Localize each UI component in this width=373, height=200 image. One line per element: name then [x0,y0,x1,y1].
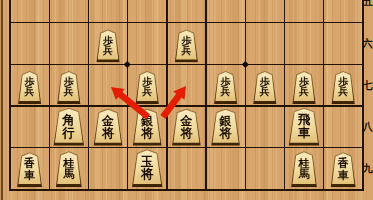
piece-face: 歩兵 [254,72,276,101]
piece-face: 歩兵 [175,30,197,59]
piece-silver-4八[interactable]: 銀将 [210,109,241,146]
grid-rank-line [10,105,364,106]
grid-rank-line [10,189,364,191]
piece-face: 歩兵 [136,72,158,101]
star-point [124,61,130,67]
piece-kanji: 馬 [63,169,74,180]
piece-pawn-7六[interactable]: 歩兵 [96,29,121,62]
grid-file-line [9,0,11,191]
piece-pawn-3七[interactable]: 歩兵 [252,71,277,104]
piece-kanji: 兵 [260,87,270,97]
grid-file-line [323,0,325,191]
piece-kanji: 将 [180,127,192,139]
piece-knight-8九[interactable]: 桂馬 [55,151,83,187]
piece-pawn-1七[interactable]: 歩兵 [331,71,356,104]
piece-face: 桂馬 [56,152,81,184]
piece-face: 歩兵 [58,72,80,101]
rank-label: 七 [362,79,373,92]
piece-kanji: 香 [338,158,349,169]
piece-kanji: 兵 [64,87,74,97]
piece-pawn-6七[interactable]: 歩兵 [135,71,160,104]
grid-rank-line [10,147,364,148]
piece-silver-6八[interactable]: 銀将 [132,109,163,146]
piece-kanji: 兵 [299,87,309,97]
piece-kanji: 将 [220,127,232,139]
star-point [242,61,248,67]
piece-gold-5八[interactable]: 金将 [171,109,202,146]
piece-king-6九[interactable]: 玉将 [131,149,164,187]
piece-gold-7八[interactable]: 金将 [93,109,124,146]
piece-pawn-8七[interactable]: 歩兵 [56,71,81,104]
piece-kanji: 兵 [25,87,35,97]
piece-pawn-5六[interactable]: 歩兵 [174,29,199,62]
piece-face: 飛車 [289,109,319,143]
piece-kanji: 兵 [338,87,348,97]
piece-kanji: 馬 [299,169,310,180]
piece-face: 銀将 [211,110,239,143]
piece-kanji: 将 [102,127,114,139]
piece-face: 歩兵 [214,72,236,101]
shogi-board: 歩兵歩兵歩兵歩兵歩兵歩兵歩兵歩兵歩兵角行金将銀将金将銀将飛車香車桂馬玉将桂馬香車… [0,0,373,200]
piece-lance-1九[interactable]: 香車 [330,152,357,187]
piece-kanji: 将 [141,168,154,181]
grid-file-line [49,0,51,191]
piece-kanji: 将 [141,127,153,139]
piece-face: 歩兵 [18,72,40,101]
piece-face: 銀将 [133,110,161,143]
piece-face: 金将 [172,110,200,143]
piece-kanji: 行 [63,127,76,140]
piece-kanji: 兵 [181,46,191,56]
piece-kanji: 兵 [142,87,152,97]
grid-rank-line [10,22,364,23]
grid-file-line [284,0,286,191]
piece-face: 歩兵 [332,72,354,101]
piece-pawn-4七[interactable]: 歩兵 [213,71,238,104]
piece-face: 金将 [94,110,122,143]
piece-kanji: 車 [338,170,349,181]
piece-face: 香車 [331,153,355,184]
piece-lance-9九[interactable]: 香車 [16,152,43,187]
piece-face: 香車 [17,153,41,184]
piece-face: 角行 [54,109,84,143]
piece-face: 玉将 [132,150,162,184]
piece-kanji: 兵 [103,46,113,56]
piece-face: 桂馬 [291,152,316,184]
piece-rook-2八[interactable]: 飛車 [288,108,321,146]
piece-kanji: 兵 [221,87,231,97]
grid-rank-line [10,64,364,65]
piece-kanji: 車 [298,127,311,140]
rank-label: 八 [362,120,373,133]
rank-label: 六 [362,37,373,50]
piece-knight-2九[interactable]: 桂馬 [290,151,318,187]
grid-file-line [205,0,207,191]
board-left-edge [1,0,3,200]
piece-kanji: 香 [24,158,35,169]
piece-face: 歩兵 [293,72,315,101]
piece-bishop-8八[interactable]: 角行 [52,108,85,146]
rank-label: 九 [362,162,373,175]
piece-pawn-2七[interactable]: 歩兵 [292,71,317,104]
piece-kanji: 車 [24,170,35,181]
grid-file-line [127,0,129,191]
grid-file-line [88,0,90,191]
grid-file-line [245,0,247,191]
grid-file-line [166,0,168,191]
rank-label: 五 [362,0,373,8]
piece-pawn-9七[interactable]: 歩兵 [17,71,42,104]
piece-face: 歩兵 [97,30,119,59]
